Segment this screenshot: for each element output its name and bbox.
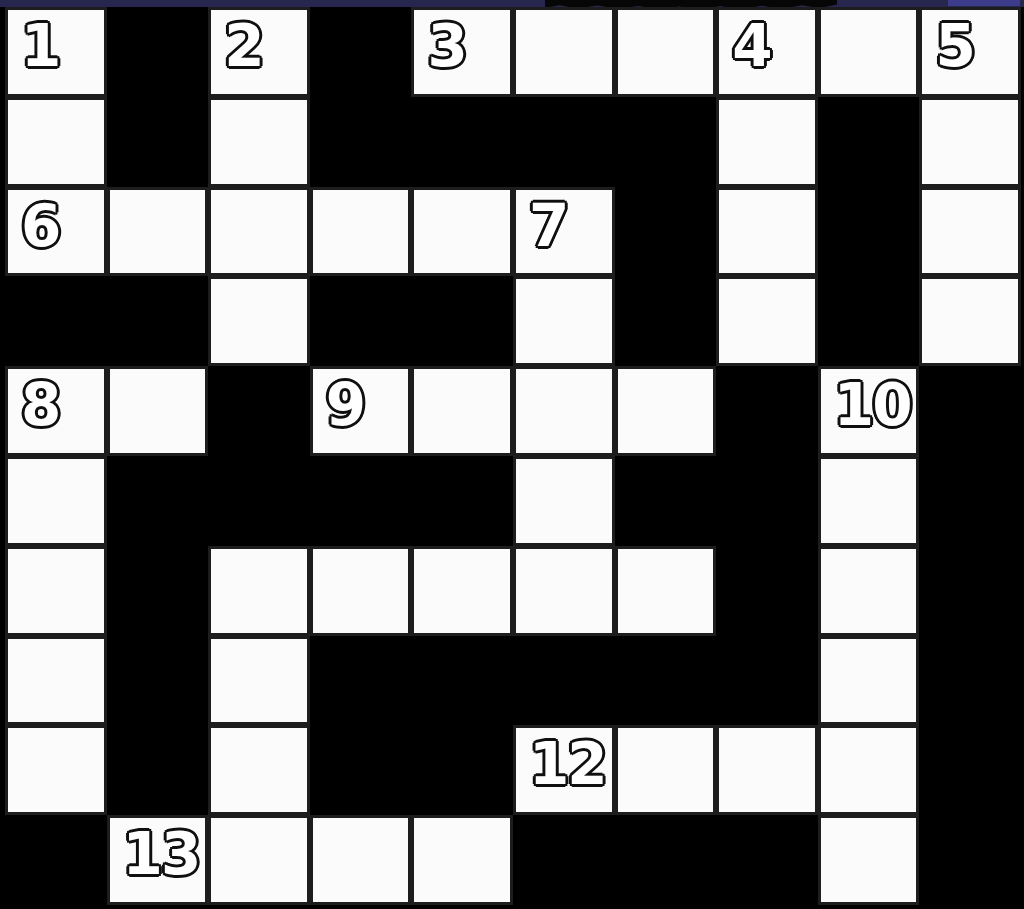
cell-r2c6-block	[615, 187, 717, 277]
cell-r3c9[interactable]	[919, 276, 1021, 366]
cell-r6c9-block	[919, 546, 1021, 636]
cell-r3c8-block	[818, 276, 920, 366]
cell-r6c4[interactable]	[411, 546, 513, 636]
cell-r2c1[interactable]	[107, 187, 209, 277]
cell-r0c0[interactable]: 1	[5, 7, 107, 97]
cell-r6c2[interactable]	[208, 546, 310, 636]
cell-r7c9-block	[919, 636, 1021, 726]
cell-r0c7[interactable]: 4	[716, 7, 818, 97]
cell-r2c3[interactable]	[310, 187, 412, 277]
cell-r4c9-block	[919, 366, 1021, 456]
cell-r9c0-block	[5, 815, 107, 905]
clue-number-9: 9	[313, 369, 409, 434]
cell-r1c8-block	[818, 97, 920, 187]
cell-r8c7[interactable]	[716, 725, 818, 815]
cell-r1c0[interactable]	[5, 97, 107, 187]
cell-r9c1[interactable]: 13	[107, 815, 209, 905]
cell-r3c1-block	[107, 276, 209, 366]
cell-r0c8[interactable]	[818, 7, 920, 97]
cell-r5c5[interactable]	[513, 456, 615, 546]
cell-r7c1-block	[107, 636, 209, 726]
cell-r4c0[interactable]: 8	[5, 366, 107, 456]
clue-number-1: 1	[8, 10, 104, 75]
cell-r0c2[interactable]: 2	[208, 7, 310, 97]
cell-r8c0[interactable]	[5, 725, 107, 815]
clue-number-2: 2	[211, 10, 307, 75]
cell-r2c0[interactable]: 6	[5, 187, 107, 277]
cell-r3c5[interactable]	[513, 276, 615, 366]
crossword-board: 123456789101213	[0, 0, 1024, 909]
cell-r7c8[interactable]	[818, 636, 920, 726]
cell-r4c7-block	[716, 366, 818, 456]
cell-r6c5[interactable]	[513, 546, 615, 636]
cell-r8c3-block	[310, 725, 412, 815]
cell-r4c4[interactable]	[411, 366, 513, 456]
cell-r4c2-block	[208, 366, 310, 456]
cell-r6c3[interactable]	[310, 546, 412, 636]
cell-r6c0[interactable]	[5, 546, 107, 636]
clue-number-13: 13	[110, 818, 206, 883]
clue-number-10: 10	[821, 369, 917, 434]
cell-r9c2[interactable]	[208, 815, 310, 905]
cell-r0c3-block	[310, 7, 412, 97]
cell-r1c6-block	[615, 97, 717, 187]
clue-number-8: 8	[8, 369, 104, 434]
cell-r3c7[interactable]	[716, 276, 818, 366]
cell-r3c3-block	[310, 276, 412, 366]
cell-r9c6-block	[615, 815, 717, 905]
cell-r9c5-block	[513, 815, 615, 905]
cell-r0c4[interactable]: 3	[411, 7, 513, 97]
cell-r3c0-block	[5, 276, 107, 366]
cell-r8c4-block	[411, 725, 513, 815]
cell-r4c1[interactable]	[107, 366, 209, 456]
cell-r3c2[interactable]	[208, 276, 310, 366]
cell-r2c7[interactable]	[716, 187, 818, 277]
cell-r1c9[interactable]	[919, 97, 1021, 187]
cell-r8c5[interactable]: 12	[513, 725, 615, 815]
cell-r0c5[interactable]	[513, 7, 615, 97]
cell-r5c9-block	[919, 456, 1021, 546]
clue-number-3: 3	[414, 10, 510, 75]
crossword-grid: 123456789101213	[0, 6, 1024, 909]
cell-r5c8[interactable]	[818, 456, 920, 546]
cell-r2c2[interactable]	[208, 187, 310, 277]
cell-r2c8-block	[818, 187, 920, 277]
cell-r0c9[interactable]: 5	[919, 7, 1021, 97]
cell-r5c4-block	[411, 456, 513, 546]
cell-r1c3-block	[310, 97, 412, 187]
cell-r7c7-block	[716, 636, 818, 726]
cell-r7c4-block	[411, 636, 513, 726]
cell-r5c1-block	[107, 456, 209, 546]
cell-r7c5-block	[513, 636, 615, 726]
clue-number-5: 5	[922, 10, 1018, 75]
cell-r8c9-block	[919, 725, 1021, 815]
cell-r8c8[interactable]	[818, 725, 920, 815]
cell-r0c1-block	[107, 7, 209, 97]
cell-r1c2[interactable]	[208, 97, 310, 187]
cell-r0c6[interactable]	[615, 7, 717, 97]
cell-r9c3[interactable]	[310, 815, 412, 905]
cell-r5c3-block	[310, 456, 412, 546]
cell-r9c9-block	[919, 815, 1021, 905]
cell-r6c1-block	[107, 546, 209, 636]
clue-number-4: 4	[719, 10, 815, 75]
cell-r7c6-block	[615, 636, 717, 726]
cell-r7c3-block	[310, 636, 412, 726]
clue-number-6: 6	[8, 190, 104, 255]
cell-r4c8[interactable]: 10	[818, 366, 920, 456]
cell-r4c3[interactable]: 9	[310, 366, 412, 456]
cell-r9c7-block	[716, 815, 818, 905]
cell-r1c5-block	[513, 97, 615, 187]
cell-r2c4[interactable]	[411, 187, 513, 277]
cell-r1c4-block	[411, 97, 513, 187]
cell-r1c7[interactable]	[716, 97, 818, 187]
cell-r7c2[interactable]	[208, 636, 310, 726]
cell-r4c5[interactable]	[513, 366, 615, 456]
cell-r6c8[interactable]	[818, 546, 920, 636]
cell-r9c4[interactable]	[411, 815, 513, 905]
cell-r5c2-block	[208, 456, 310, 546]
cell-r5c0[interactable]	[5, 456, 107, 546]
cell-r7c0[interactable]	[5, 636, 107, 726]
cell-r2c9[interactable]	[919, 187, 1021, 277]
clue-number-12: 12	[516, 728, 612, 793]
cell-r3c6-block	[615, 276, 717, 366]
cell-r5c7-block	[716, 456, 818, 546]
clue-number-7: 7	[516, 190, 612, 255]
cell-r4c6[interactable]	[615, 366, 717, 456]
cell-r9c8[interactable]	[818, 815, 920, 905]
cell-r8c2[interactable]	[208, 725, 310, 815]
cell-r6c7-block	[716, 546, 818, 636]
cell-r5c6-block	[615, 456, 717, 546]
cell-r2c5[interactable]: 7	[513, 187, 615, 277]
cell-r8c6[interactable]	[615, 725, 717, 815]
cell-r3c4-block	[411, 276, 513, 366]
cell-r6c6[interactable]	[615, 546, 717, 636]
cell-r1c1-block	[107, 97, 209, 187]
cell-r8c1-block	[107, 725, 209, 815]
